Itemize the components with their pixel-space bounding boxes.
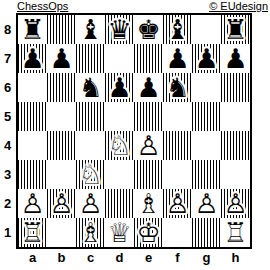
square-b2[interactable]: ♙: [47, 189, 76, 218]
rank-label-7: 7: [0, 44, 15, 73]
piece-white-pawn: ♙: [20, 189, 44, 218]
file-label-h: h: [221, 251, 250, 265]
square-c7[interactable]: [76, 44, 105, 73]
chess-board: ♜♝♛♚♝♜♟♟♟♟♟♞♟♟♞♘♙♘♙♙♙♗♙♙♙♖♗♕♔♖: [16, 13, 252, 249]
square-g4[interactable]: [192, 131, 221, 160]
square-e5[interactable]: [134, 102, 163, 131]
square-e3[interactable]: [134, 160, 163, 189]
square-g1[interactable]: [192, 218, 221, 247]
square-b6[interactable]: [47, 73, 76, 102]
square-e1[interactable]: ♔: [134, 218, 163, 247]
square-c8[interactable]: ♝: [76, 15, 105, 44]
rank-labels: 87654321: [0, 15, 15, 247]
square-h4[interactable]: [221, 131, 250, 160]
rank-label-4: 4: [0, 131, 15, 160]
piece-white-pawn: ♙: [49, 189, 73, 218]
square-f4[interactable]: [163, 131, 192, 160]
piece-black-pawn: ♟: [20, 44, 44, 73]
piece-white-king: ♔: [136, 218, 160, 247]
square-g5[interactable]: [192, 102, 221, 131]
square-a5[interactable]: [18, 102, 47, 131]
file-label-a: a: [18, 251, 47, 265]
square-h7[interactable]: ♟: [221, 44, 250, 73]
square-e6[interactable]: ♟: [134, 73, 163, 102]
square-d6[interactable]: ♟: [105, 73, 134, 102]
file-label-g: g: [192, 251, 221, 265]
square-a2[interactable]: ♙: [18, 189, 47, 218]
piece-white-bishop: ♗: [136, 189, 160, 218]
square-d2[interactable]: [105, 189, 134, 218]
square-b5[interactable]: [47, 102, 76, 131]
file-label-d: d: [105, 251, 134, 265]
file-label-c: c: [76, 251, 105, 265]
square-h5[interactable]: [221, 102, 250, 131]
square-e2[interactable]: ♗: [134, 189, 163, 218]
square-a3[interactable]: [18, 160, 47, 189]
square-a7[interactable]: ♟: [18, 44, 47, 73]
credit-link[interactable]: © EUdesign: [209, 0, 268, 13]
piece-black-rook: ♜: [20, 15, 44, 44]
square-g2[interactable]: ♙: [192, 189, 221, 218]
rank-label-2: 2: [0, 189, 15, 218]
square-d8[interactable]: ♛: [105, 15, 134, 44]
square-b7[interactable]: ♟: [47, 44, 76, 73]
square-c6[interactable]: ♞: [76, 73, 105, 102]
piece-black-pawn: ♟: [107, 73, 131, 102]
piece-white-pawn: ♙: [78, 189, 102, 218]
rank-label-8: 8: [0, 15, 15, 44]
square-g8[interactable]: [192, 15, 221, 44]
title-bar: ChessOps © EUdesign: [17, 0, 268, 13]
square-c3[interactable]: ♘: [76, 160, 105, 189]
square-c2[interactable]: ♙: [76, 189, 105, 218]
piece-white-rook: ♖: [223, 218, 247, 247]
piece-black-knight: ♞: [78, 73, 102, 102]
square-a6[interactable]: [18, 73, 47, 102]
square-f8[interactable]: ♝: [163, 15, 192, 44]
piece-black-bishop: ♝: [78, 15, 102, 44]
piece-white-pawn: ♙: [165, 189, 189, 218]
piece-black-pawn: ♟: [165, 44, 189, 73]
square-c1[interactable]: ♗: [76, 218, 105, 247]
square-a4[interactable]: [18, 131, 47, 160]
piece-white-queen: ♕: [107, 218, 131, 247]
square-b4[interactable]: [47, 131, 76, 160]
file-label-e: e: [134, 251, 163, 265]
file-label-b: b: [47, 251, 76, 265]
rank-label-5: 5: [0, 102, 15, 131]
square-d3[interactable]: [105, 160, 134, 189]
square-h8[interactable]: ♜: [221, 15, 250, 44]
piece-white-pawn: ♙: [194, 189, 218, 218]
square-h3[interactable]: [221, 160, 250, 189]
square-f3[interactable]: [163, 160, 192, 189]
square-d5[interactable]: [105, 102, 134, 131]
square-b8[interactable]: [47, 15, 76, 44]
square-f2[interactable]: ♙: [163, 189, 192, 218]
square-f1[interactable]: [163, 218, 192, 247]
piece-black-pawn: ♟: [223, 44, 247, 73]
square-e4[interactable]: ♙: [134, 131, 163, 160]
square-f7[interactable]: ♟: [163, 44, 192, 73]
piece-white-knight: ♘: [107, 131, 131, 160]
piece-black-queen: ♛: [107, 15, 131, 44]
piece-white-bishop: ♗: [78, 218, 102, 247]
square-b1[interactable]: [47, 218, 76, 247]
square-a8[interactable]: ♜: [18, 15, 47, 44]
square-d1[interactable]: ♕: [105, 218, 134, 247]
app-title[interactable]: ChessOps: [17, 0, 68, 13]
square-h1[interactable]: ♖: [221, 218, 250, 247]
piece-black-king: ♚: [136, 15, 160, 44]
piece-black-knight: ♞: [165, 73, 189, 102]
rank-label-3: 3: [0, 160, 15, 189]
square-g3[interactable]: [192, 160, 221, 189]
square-e7[interactable]: [134, 44, 163, 73]
square-c4[interactable]: [76, 131, 105, 160]
piece-black-pawn: ♟: [136, 73, 160, 102]
piece-black-bishop: ♝: [165, 15, 189, 44]
chessops-window: ChessOps © EUdesign 87654321 ♜♝♛♚♝♜♟♟♟♟♟…: [0, 0, 270, 270]
square-h2[interactable]: ♙: [221, 189, 250, 218]
square-d7[interactable]: [105, 44, 134, 73]
piece-white-pawn: ♙: [136, 131, 160, 160]
square-g6[interactable]: [192, 73, 221, 102]
square-f5[interactable]: [163, 102, 192, 131]
rank-label-1: 1: [0, 218, 15, 247]
piece-white-knight: ♘: [78, 160, 102, 189]
square-a1[interactable]: ♖: [18, 218, 47, 247]
piece-black-pawn: ♟: [49, 44, 73, 73]
square-g7[interactable]: ♟: [192, 44, 221, 73]
piece-white-pawn: ♙: [223, 189, 247, 218]
piece-white-rook: ♖: [20, 218, 44, 247]
square-b3[interactable]: [47, 160, 76, 189]
file-label-f: f: [163, 251, 192, 265]
piece-black-rook: ♜: [223, 15, 247, 44]
file-labels: abcdefgh: [18, 251, 250, 265]
square-d4[interactable]: ♘: [105, 131, 134, 160]
square-e8[interactable]: ♚: [134, 15, 163, 44]
square-f6[interactable]: ♞: [163, 73, 192, 102]
piece-black-pawn: ♟: [194, 44, 218, 73]
square-c5[interactable]: [76, 102, 105, 131]
square-h6[interactable]: [221, 73, 250, 102]
rank-label-6: 6: [0, 73, 15, 102]
